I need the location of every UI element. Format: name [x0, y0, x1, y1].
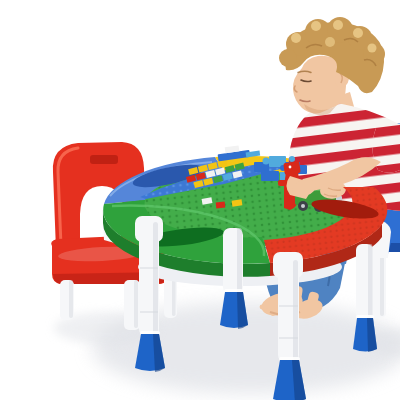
curl	[279, 49, 297, 67]
loose-brick	[216, 201, 226, 208]
brick-stud	[263, 158, 270, 165]
curl-highlight	[325, 37, 335, 47]
red-chair-leg-shade	[134, 280, 138, 328]
curl-highlight	[311, 21, 321, 31]
illustration	[40, 16, 400, 400]
curl-highlight	[333, 20, 343, 30]
figure-arm	[278, 180, 287, 186]
leg-shading	[153, 222, 158, 334]
product-photo	[40, 16, 400, 400]
curl-highlight	[291, 33, 301, 43]
leg-shading	[237, 228, 242, 292]
red-chair-leg-shade	[69, 280, 73, 318]
figure-eye	[289, 166, 292, 169]
brick	[261, 171, 279, 181]
toes	[260, 305, 265, 310]
red-chair-top-slot	[90, 155, 118, 164]
shirt-sleeve-stripes	[372, 128, 400, 173]
curl-highlight	[368, 44, 377, 53]
toes	[265, 309, 269, 313]
wheel-hub	[301, 204, 305, 208]
leg-shading	[368, 244, 373, 318]
table-leg-front-left	[135, 216, 165, 372]
leg-shading	[293, 260, 298, 360]
curl-highlight	[353, 28, 363, 38]
brick-stud	[289, 156, 295, 162]
